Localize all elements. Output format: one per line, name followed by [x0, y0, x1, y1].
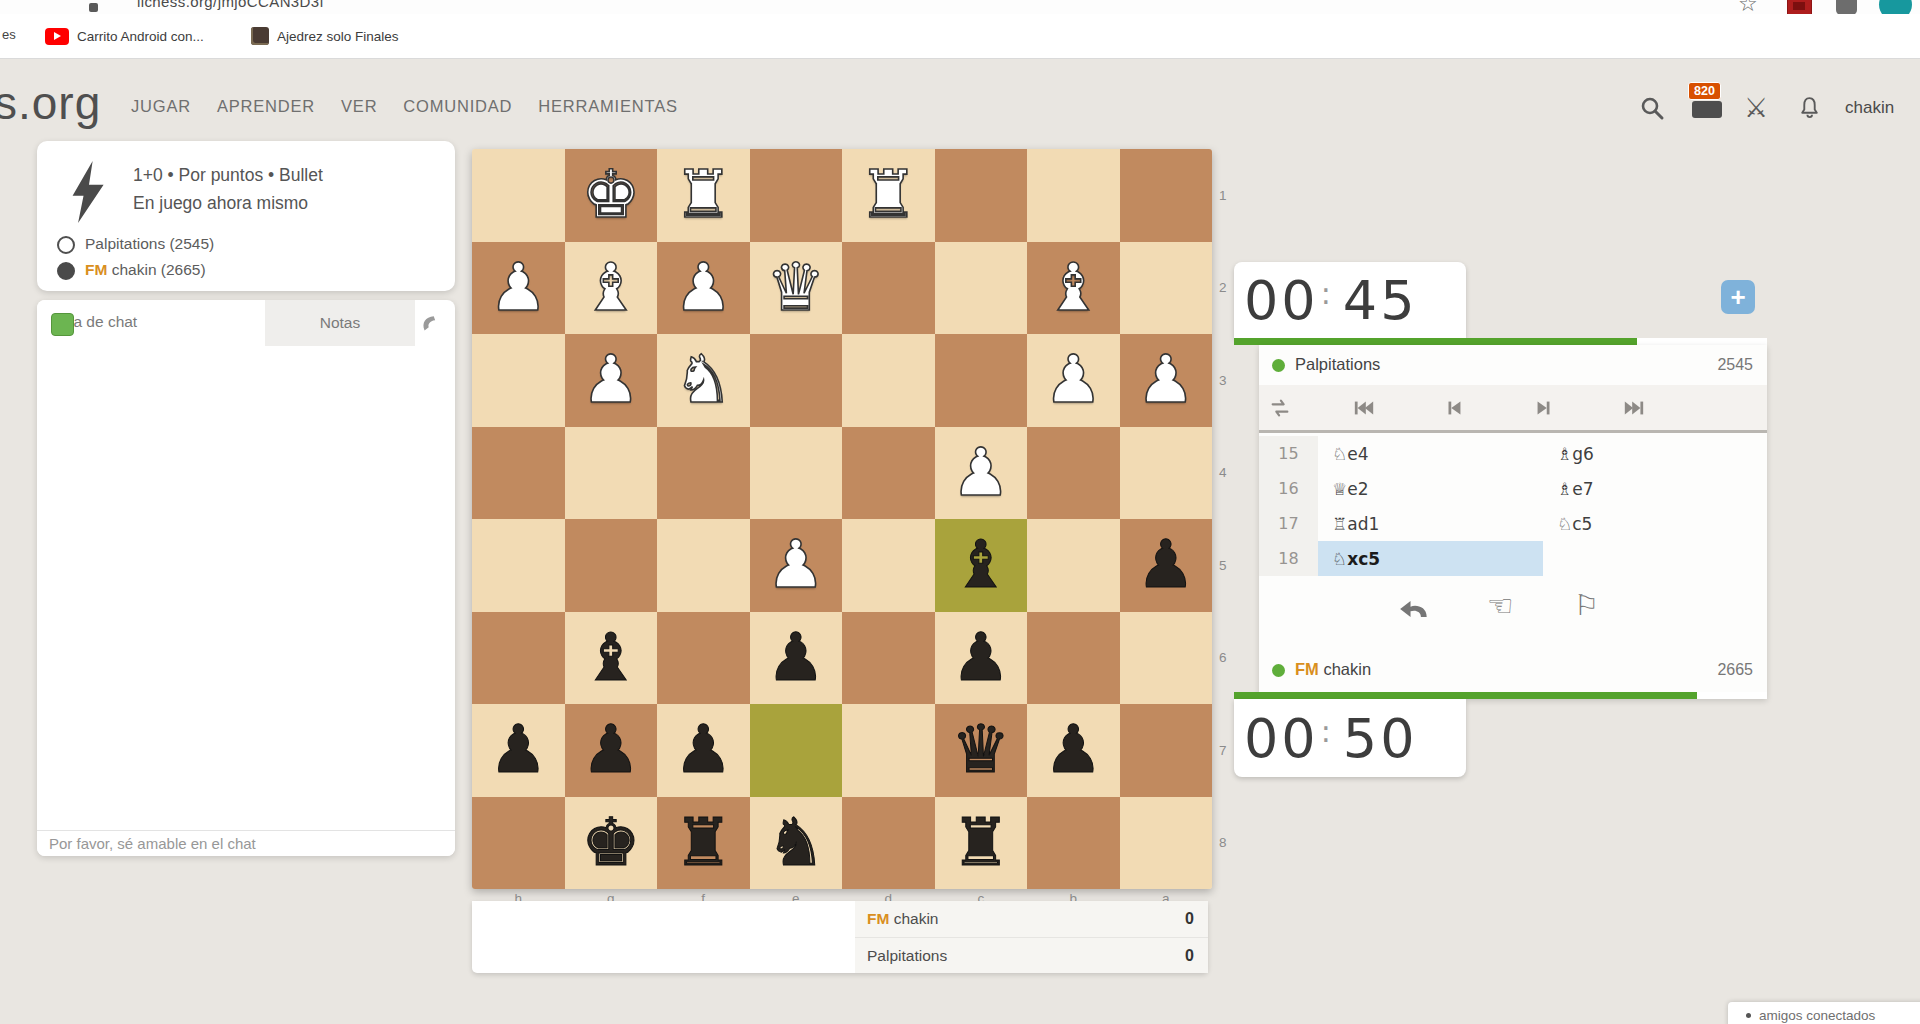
username[interactable]: chakin	[1845, 98, 1894, 118]
square-d4[interactable]	[842, 427, 935, 520]
bookmark-label: Carrito Android con...	[77, 29, 204, 44]
game-info-card: 1+0 • Por puntos • Bullet En juego ahora…	[37, 141, 455, 291]
score-table: FM chakin0Palpitations0	[855, 901, 1208, 973]
move-number: 18	[1259, 541, 1318, 576]
square-c5[interactable]: ♝	[935, 519, 1028, 612]
square-b8[interactable]	[1027, 797, 1120, 890]
square-h2[interactable]: ♟	[472, 242, 565, 335]
player-bottom-name[interactable]: FM chakin	[1295, 660, 1371, 679]
challenges-icon[interactable]	[1692, 101, 1722, 118]
square-h3[interactable]	[472, 334, 565, 427]
square-g8[interactable]: ♚	[565, 797, 658, 890]
online-dot	[1272, 664, 1285, 677]
nav-item-comunidad[interactable]: COMUNIDAD	[403, 97, 512, 116]
main-nav: JUGARAPRENDERVERCOMUNIDADHERRAMIENTAS	[131, 97, 678, 116]
square-b5[interactable]	[1027, 519, 1120, 612]
square-b1[interactable]	[1027, 149, 1120, 242]
white-pawn-g3[interactable]: ♟	[581, 347, 640, 413]
square-f5[interactable]	[657, 519, 750, 612]
square-d8[interactable]	[842, 797, 935, 890]
square-h7[interactable]: ♟	[472, 704, 565, 797]
square-g1[interactable]: ♚	[565, 149, 658, 242]
score-player-name: FM chakin	[867, 910, 939, 928]
white-pawn-b3[interactable]: ♟	[1044, 347, 1103, 413]
move-number: 16	[1259, 471, 1318, 506]
game-actions: ☜ ⚐	[1259, 576, 1767, 650]
square-d7[interactable]	[842, 704, 935, 797]
add-time-button[interactable]: +	[1721, 280, 1755, 314]
tab-chat-room[interactable]: Sala de chat	[37, 300, 265, 346]
move-black-18[interactable]	[1543, 541, 1767, 576]
black-rook-f8[interactable]: ♜	[674, 810, 733, 876]
clock-bottom-min: 00	[1244, 707, 1319, 770]
square-b7[interactable]: ♟	[1027, 704, 1120, 797]
square-g5[interactable]	[565, 519, 658, 612]
score-panel: FM chakin0Palpitations0	[472, 901, 1208, 973]
square-c6[interactable]: ♟	[935, 612, 1028, 705]
bookmark-carrito[interactable]: Carrito Android con...	[45, 26, 204, 46]
white-pawn-h2[interactable]: ♟	[489, 255, 548, 321]
square-b2[interactable]: ♝	[1027, 242, 1120, 335]
bookmark-fragment[interactable]: es	[2, 27, 16, 42]
nav-item-aprender[interactable]: APRENDER	[217, 97, 315, 116]
clock-top: 00 : 45	[1234, 262, 1466, 338]
black-pawn-a5[interactable]: ♟	[1136, 532, 1195, 598]
black-king-g8[interactable]: ♚	[581, 810, 640, 876]
friends-online-label: amigos conectados	[1759, 1008, 1875, 1023]
fm-title: FM	[867, 910, 894, 927]
white-pawn-f2[interactable]: ♟	[674, 255, 733, 321]
move-white-15[interactable]: ♘e4	[1318, 436, 1543, 471]
move-row-16: 16♕e2♗e7	[1259, 471, 1767, 506]
jump-last-icon[interactable]	[1621, 395, 1647, 421]
chat-header: Sala de chat Notas	[37, 300, 455, 346]
square-e4[interactable]	[750, 427, 843, 520]
screen: lichess.org/jmjoCCAN3D3f ☆ es Carrito An…	[0, 0, 1920, 1024]
bookmark-label: Ajedrez solo Finales	[277, 29, 399, 44]
square-b6[interactable]	[1027, 612, 1120, 705]
jump-first-icon[interactable]	[1351, 395, 1377, 421]
move-number: 15	[1259, 436, 1318, 471]
notification-badge[interactable]: 820	[1688, 82, 1721, 100]
url-text[interactable]: lichess.org/jmjoCCAN3D3f	[137, 0, 324, 10]
rank-label-1: 1	[1219, 149, 1227, 242]
phone-icon[interactable]	[420, 313, 442, 335]
chat-input[interactable]	[37, 830, 455, 856]
score-row-palpitations: Palpitations0	[855, 938, 1208, 974]
square-a2[interactable]	[1120, 242, 1213, 335]
chat-card: Sala de chat Notas	[37, 300, 455, 856]
black-pawn-c6[interactable]: ♟	[951, 625, 1010, 691]
square-d5[interactable]	[842, 519, 935, 612]
black-queen-c7[interactable]: ♛	[951, 717, 1010, 783]
rank-label-4: 4	[1219, 427, 1227, 520]
white-knight-f3[interactable]: ♞	[674, 347, 733, 413]
move-white-16[interactable]: ♕e2	[1318, 471, 1543, 506]
square-h5[interactable]	[472, 519, 565, 612]
bell-icon[interactable]	[1797, 95, 1822, 120]
black-bishop-c5[interactable]: ♝	[951, 532, 1010, 598]
resign-flag-icon[interactable]: ⚐	[1574, 589, 1599, 622]
move-black-16[interactable]: ♗e7	[1543, 471, 1767, 506]
player-bottom-rating: 2665	[1717, 661, 1753, 679]
takeback-icon[interactable]	[1399, 596, 1429, 626]
black-pawn-g7[interactable]: ♟	[581, 717, 640, 783]
move-row-15: 15♘e4♗g6	[1259, 436, 1767, 471]
square-b4[interactable]	[1027, 427, 1120, 520]
black-pawn-e6[interactable]: ♟	[766, 625, 825, 691]
square-d3[interactable]	[842, 334, 935, 427]
white-pawn-c4[interactable]: ♟	[951, 440, 1010, 506]
square-f4[interactable]	[657, 427, 750, 520]
black-player-dot	[57, 262, 75, 280]
chat-messages	[37, 346, 455, 830]
white-bishop-b2[interactable]: ♝	[1044, 255, 1103, 321]
square-c2[interactable]	[935, 242, 1028, 335]
bullet-lightning-icon	[67, 161, 111, 223]
clock-bottom: 00 : 50	[1234, 699, 1466, 777]
flip-board-icon[interactable]	[1267, 395, 1293, 421]
score-row-chakin: FM chakin0	[855, 901, 1208, 938]
move-row-18: 18♘xc5	[1259, 541, 1767, 576]
clock-colon: :	[1321, 276, 1331, 311]
square-a3[interactable]: ♟	[1120, 334, 1213, 427]
black-pawn-f7[interactable]: ♟	[674, 717, 733, 783]
clock-top-min: 00	[1244, 269, 1319, 332]
square-h8[interactable]	[472, 797, 565, 890]
square-a4[interactable]	[1120, 427, 1213, 520]
replay-controls	[1259, 385, 1767, 433]
square-e5[interactable]: ♟	[750, 519, 843, 612]
black-player[interactable]: FM chakin (2665)	[85, 261, 206, 279]
square-h1[interactable]	[472, 149, 565, 242]
clock-bar-top	[1234, 338, 1767, 345]
clock-bar-bottom	[1234, 692, 1767, 699]
square-f6[interactable]	[657, 612, 750, 705]
square-e2[interactable]: ♛	[750, 242, 843, 335]
move-white-17[interactable]: ♖ad1	[1318, 506, 1543, 541]
white-player-dot	[57, 236, 75, 254]
square-c4[interactable]: ♟	[935, 427, 1028, 520]
square-a6[interactable]	[1120, 612, 1213, 705]
nav-item-herramientas[interactable]: HERRAMIENTAS	[538, 97, 677, 116]
rank-label-6: 6	[1219, 612, 1227, 705]
square-g7[interactable]: ♟	[565, 704, 658, 797]
square-d2[interactable]	[842, 242, 935, 335]
black-pawn-b7[interactable]: ♟	[1044, 717, 1103, 783]
online-dot	[1272, 359, 1285, 372]
clock-bar-bottom-fill	[1234, 692, 1697, 699]
white-rook-d1[interactable]: ♜	[859, 162, 918, 228]
move-black-17[interactable]: ♘c5	[1543, 506, 1767, 541]
square-f8[interactable]: ♜	[657, 797, 750, 890]
square-f1[interactable]: ♜	[657, 149, 750, 242]
chat-toggle[interactable]	[51, 313, 74, 336]
white-bishop-g2[interactable]: ♝	[581, 255, 640, 321]
step-back-icon[interactable]	[1441, 395, 1467, 421]
rank-label-5: 5	[1219, 519, 1227, 612]
clock-top-sec: 45	[1343, 269, 1418, 332]
clock-bottom-sec: 50	[1343, 707, 1418, 770]
square-f2[interactable]: ♟	[657, 242, 750, 335]
black-bishop-g6[interactable]: ♝	[581, 625, 640, 691]
friends-online-bar[interactable]: amigos conectados	[1728, 1002, 1920, 1024]
square-c3[interactable]	[935, 334, 1028, 427]
bookmark-ajedrez[interactable]: Ajedrez solo Finales	[251, 26, 399, 46]
square-g4[interactable]	[565, 427, 658, 520]
square-a1[interactable]	[1120, 149, 1213, 242]
browser-url-bar[interactable]: lichess.org/jmjoCCAN3D3f	[0, 0, 1920, 14]
chess-favicon	[251, 27, 269, 45]
player-row-top: Palpitations 2545	[1259, 345, 1767, 385]
square-c8[interactable]: ♜	[935, 797, 1028, 890]
square-b3[interactable]: ♟	[1027, 334, 1120, 427]
white-king-g1[interactable]: ♚	[581, 162, 640, 228]
draw-offer-icon[interactable]: ☜	[1487, 588, 1514, 623]
white-rook-f1[interactable]: ♜	[674, 162, 733, 228]
square-h4[interactable]	[472, 427, 565, 520]
step-forward-icon[interactable]	[1531, 395, 1557, 421]
square-d6[interactable]	[842, 612, 935, 705]
square-g2[interactable]: ♝	[565, 242, 658, 335]
move-list: 15♘e4♗g616♕e2♗e717♖ad1♘c518♘xc5	[1259, 436, 1767, 576]
move-row-17: 17♖ad1♘c5	[1259, 506, 1767, 541]
black-knight-e8[interactable]: ♞	[766, 810, 825, 876]
score-value: 0	[1185, 910, 1194, 928]
chess-board: ♚♜♜♟♝♟♛♝♟♞♟♟♟♟♝♟♝♟♟♟♟♟♛♟♚♜♞♜	[472, 149, 1212, 889]
white-player[interactable]: Palpitations (2545)	[85, 235, 214, 253]
score-value: 0	[1185, 947, 1194, 965]
square-e8[interactable]: ♞	[750, 797, 843, 890]
tab-notes[interactable]: Notas	[265, 300, 415, 346]
rank-label-3: 3	[1219, 334, 1227, 427]
square-e7[interactable]	[750, 704, 843, 797]
square-a8[interactable]	[1120, 797, 1213, 890]
square-d1[interactable]: ♜	[842, 149, 935, 242]
game-status: En juego ahora mismo	[133, 193, 308, 214]
square-a5[interactable]: ♟	[1120, 519, 1213, 612]
black-player-name: chakin (2665)	[112, 261, 206, 278]
rank-label-2: 2	[1219, 242, 1227, 335]
fm-title: FM	[85, 261, 107, 278]
rank-labels: 12345678	[1219, 149, 1227, 889]
square-h6[interactable]	[472, 612, 565, 705]
rank-label-7: 7	[1219, 704, 1227, 797]
player-top-rating: 2545	[1717, 356, 1753, 374]
square-g3[interactable]: ♟	[565, 334, 658, 427]
square-e1[interactable]	[750, 149, 843, 242]
moves-panel: Palpitations 2545 15♘e4♗g616♕e2♗e717♖ad1…	[1259, 345, 1767, 699]
move-black-15[interactable]: ♗g6	[1543, 436, 1767, 471]
bullet-dot	[1746, 1013, 1751, 1018]
white-pawn-e5[interactable]: ♟	[766, 532, 825, 598]
square-e3[interactable]	[750, 334, 843, 427]
move-white-18[interactable]: ♘xc5	[1318, 541, 1543, 576]
time-control: 1+0 • Por puntos • Bullet	[133, 165, 323, 186]
clock-colon: :	[1321, 714, 1331, 749]
extensions-puzzle-icon[interactable]	[1836, 0, 1857, 15]
lock-icon	[89, 3, 98, 12]
lichess-logo[interactable]: s.org	[0, 76, 101, 130]
square-f3[interactable]: ♞	[657, 334, 750, 427]
square-g6[interactable]: ♝	[565, 612, 658, 705]
square-c1[interactable]	[935, 149, 1028, 242]
nav-item-ver[interactable]: VER	[341, 97, 377, 116]
move-number: 17	[1259, 506, 1318, 541]
white-queen-e2[interactable]: ♛	[766, 255, 825, 321]
youtube-icon	[45, 28, 69, 45]
black-pawn-h7[interactable]: ♟	[489, 717, 548, 783]
crossed-swords-icon[interactable]: ⚔	[1744, 92, 1768, 123]
square-e6[interactable]: ♟	[750, 612, 843, 705]
player-row-bottom: FM chakin 2665	[1259, 650, 1767, 690]
square-a7[interactable]	[1120, 704, 1213, 797]
nav-item-jugar[interactable]: JUGAR	[131, 97, 191, 116]
fm-title: FM	[1295, 660, 1319, 678]
white-pawn-a3[interactable]: ♟	[1136, 347, 1195, 413]
score-player-name: Palpitations	[867, 947, 947, 965]
bookmarks-bar: es Carrito Android con... Ajedrez solo F…	[0, 14, 1920, 59]
player-top-name[interactable]: Palpitations	[1295, 355, 1380, 374]
clock-bar-top-fill	[1234, 338, 1637, 345]
square-f7[interactable]: ♟	[657, 704, 750, 797]
search-icon[interactable]	[1639, 95, 1665, 121]
rank-label-8: 8	[1219, 797, 1227, 890]
black-rook-c8[interactable]: ♜	[951, 810, 1010, 876]
square-c7[interactable]: ♛	[935, 704, 1028, 797]
player-bottom-name-text: chakin	[1323, 660, 1371, 678]
